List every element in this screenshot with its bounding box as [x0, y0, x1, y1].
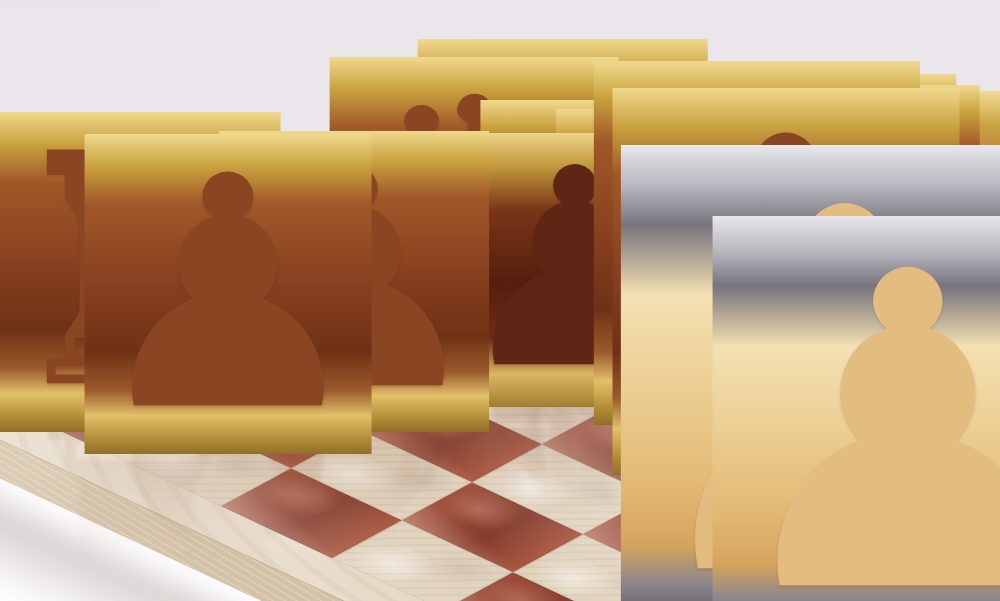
pawn-glyph: ♟	[713, 216, 1000, 601]
pawn-glyph: ♟	[85, 134, 372, 454]
chess-set-photo: ♟♟♚♚♜♜♞♞♛♛♞♞♝♝♟♟♟♟♟♟♜♜♟♟♟♟♟♟♟♟♟♟♟♟	[0, 0, 1000, 601]
pieces-layer: ♟♟♚♚♜♜♞♞♛♛♞♞♝♝♟♟♟♟♟♟♜♜♟♟♟♟♟♟♟♟♟♟♟♟	[0, 0, 1000, 601]
